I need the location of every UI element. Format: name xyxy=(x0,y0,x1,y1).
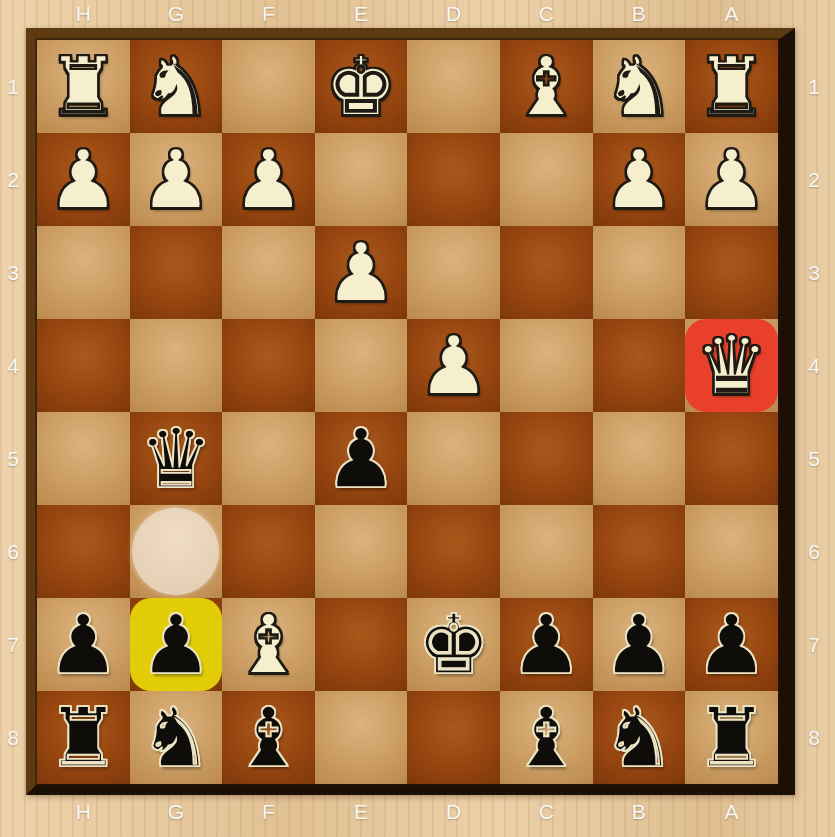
white-pawn[interactable]: ♟ xyxy=(685,133,778,226)
white-knight[interactable]: ♞ xyxy=(130,40,223,133)
file-label-h: H xyxy=(37,0,130,28)
rank-label-7: 7 xyxy=(0,598,26,691)
square-b5[interactable] xyxy=(593,412,686,505)
file-label-c: C xyxy=(500,796,593,828)
square-c7[interactable]: ♟ xyxy=(500,598,593,691)
square-a6[interactable] xyxy=(685,505,778,598)
square-e6[interactable] xyxy=(315,505,408,598)
square-g7[interactable]: ♟ xyxy=(130,598,223,691)
square-g8[interactable]: ♞ xyxy=(130,691,223,784)
chess-app-background: { "game": "chess", "position": { "fen": … xyxy=(0,0,835,837)
white-pawn[interactable]: ♟ xyxy=(130,133,223,226)
square-c2[interactable] xyxy=(500,133,593,226)
square-h2[interactable]: ♟ xyxy=(37,133,130,226)
square-d3[interactable] xyxy=(407,226,500,319)
square-h4[interactable] xyxy=(37,319,130,412)
square-g3[interactable] xyxy=(130,226,223,319)
square-a1[interactable]: ♜ xyxy=(685,40,778,133)
square-f1[interactable] xyxy=(222,40,315,133)
black-knight[interactable]: ♞ xyxy=(593,691,686,784)
file-label-e: E xyxy=(315,0,408,28)
file-label-b: B xyxy=(593,0,686,28)
square-g6[interactable] xyxy=(130,505,223,598)
rank-label-8: 8 xyxy=(0,691,26,784)
rank-label-6: 6 xyxy=(795,505,833,598)
square-h1[interactable]: ♜ xyxy=(37,40,130,133)
file-label-f: F xyxy=(222,796,315,828)
rank-label-5: 5 xyxy=(795,412,833,505)
chess-board: ♜♞♚♝♞♜♟♟♟♟♟♟♟♛♛♟♟♟♝♚♟♟♟♜♞♝♝♞♜ xyxy=(37,40,778,784)
black-pawn[interactable]: ♟ xyxy=(37,598,130,691)
black-pawn[interactable]: ♟ xyxy=(500,598,593,691)
white-bishop[interactable]: ♝ xyxy=(222,598,315,691)
file-label-g: G xyxy=(130,0,223,28)
square-d8[interactable] xyxy=(407,691,500,784)
file-label-d: D xyxy=(407,796,500,828)
black-rook[interactable]: ♜ xyxy=(685,691,778,784)
black-pawn[interactable]: ♟ xyxy=(315,412,408,505)
square-a3[interactable] xyxy=(685,226,778,319)
square-b4[interactable] xyxy=(593,319,686,412)
rank-label-1: 1 xyxy=(0,40,26,133)
white-bishop[interactable]: ♝ xyxy=(500,40,593,133)
square-f3[interactable] xyxy=(222,226,315,319)
square-f6[interactable] xyxy=(222,505,315,598)
white-rook[interactable]: ♜ xyxy=(685,40,778,133)
square-f8[interactable]: ♝ xyxy=(222,691,315,784)
file-label-a: A xyxy=(685,796,778,828)
rank-label-4: 4 xyxy=(0,319,26,412)
square-h5[interactable] xyxy=(37,412,130,505)
white-pawn[interactable]: ♟ xyxy=(315,226,408,319)
square-f2[interactable]: ♟ xyxy=(222,133,315,226)
square-h8[interactable]: ♜ xyxy=(37,691,130,784)
square-c1[interactable]: ♝ xyxy=(500,40,593,133)
square-a5[interactable] xyxy=(685,412,778,505)
rank-label-5: 5 xyxy=(0,412,26,505)
black-pawn[interactable]: ♟ xyxy=(685,598,778,691)
square-a7[interactable]: ♟ xyxy=(685,598,778,691)
square-c5[interactable] xyxy=(500,412,593,505)
rank-label-7: 7 xyxy=(795,598,833,691)
square-h3[interactable] xyxy=(37,226,130,319)
file-label-e: E xyxy=(315,796,408,828)
square-b8[interactable]: ♞ xyxy=(593,691,686,784)
board-frame: ♜♞♚♝♞♜♟♟♟♟♟♟♟♛♛♟♟♟♝♚♟♟♟♜♞♝♝♞♜ xyxy=(26,28,795,795)
square-e3[interactable]: ♟ xyxy=(315,226,408,319)
file-label-b: B xyxy=(593,796,686,828)
rank-labels-right: 12345678 xyxy=(795,40,833,784)
black-rook[interactable]: ♜ xyxy=(37,691,130,784)
rank-label-1: 1 xyxy=(795,40,833,133)
white-king[interactable]: ♚ xyxy=(315,40,408,133)
rank-labels-left: 12345678 xyxy=(0,40,26,784)
square-h7[interactable]: ♟ xyxy=(37,598,130,691)
rank-label-8: 8 xyxy=(795,691,833,784)
square-b1[interactable]: ♞ xyxy=(593,40,686,133)
square-e5[interactable]: ♟ xyxy=(315,412,408,505)
square-g2[interactable]: ♟ xyxy=(130,133,223,226)
square-d6[interactable] xyxy=(407,505,500,598)
file-label-d: D xyxy=(407,0,500,28)
rank-label-2: 2 xyxy=(795,133,833,226)
square-g4[interactable] xyxy=(130,319,223,412)
black-bishop[interactable]: ♝ xyxy=(500,691,593,784)
rank-label-2: 2 xyxy=(0,133,26,226)
white-rook[interactable]: ♜ xyxy=(37,40,130,133)
square-e4[interactable] xyxy=(315,319,408,412)
square-d1[interactable] xyxy=(407,40,500,133)
square-h6[interactable] xyxy=(37,505,130,598)
square-d7[interactable]: ♚ xyxy=(407,598,500,691)
square-f4[interactable] xyxy=(222,319,315,412)
file-label-f: F xyxy=(222,0,315,28)
rank-label-3: 3 xyxy=(795,226,833,319)
file-labels-bottom: HGFEDCBA xyxy=(37,796,778,828)
square-b6[interactable] xyxy=(593,505,686,598)
square-b2[interactable]: ♟ xyxy=(593,133,686,226)
white-pawn[interactable]: ♟ xyxy=(37,133,130,226)
black-pawn[interactable]: ♟ xyxy=(593,598,686,691)
file-label-g: G xyxy=(130,796,223,828)
white-pawn[interactable]: ♟ xyxy=(407,319,500,412)
square-e1[interactable]: ♚ xyxy=(315,40,408,133)
file-label-c: C xyxy=(500,0,593,28)
square-a8[interactable]: ♜ xyxy=(685,691,778,784)
white-pawn[interactable]: ♟ xyxy=(593,133,686,226)
square-c3[interactable] xyxy=(500,226,593,319)
square-a4[interactable]: ♛ xyxy=(685,319,778,412)
square-f7[interactable]: ♝ xyxy=(222,598,315,691)
white-knight[interactable]: ♞ xyxy=(593,40,686,133)
square-f5[interactable] xyxy=(222,412,315,505)
move-target-indicator xyxy=(132,508,219,595)
white-pawn[interactable]: ♟ xyxy=(222,133,315,226)
square-d2[interactable] xyxy=(407,133,500,226)
square-b3[interactable] xyxy=(593,226,686,319)
file-label-a: A xyxy=(685,0,778,28)
square-e7[interactable] xyxy=(315,598,408,691)
black-knight[interactable]: ♞ xyxy=(130,691,223,784)
black-pawn[interactable]: ♟ xyxy=(130,598,223,691)
square-d5[interactable] xyxy=(407,412,500,505)
square-c4[interactable] xyxy=(500,319,593,412)
square-b7[interactable]: ♟ xyxy=(593,598,686,691)
rank-label-4: 4 xyxy=(795,319,833,412)
square-g5[interactable]: ♛ xyxy=(130,412,223,505)
white-queen[interactable]: ♛ xyxy=(685,319,778,412)
square-g1[interactable]: ♞ xyxy=(130,40,223,133)
rank-label-3: 3 xyxy=(0,226,26,319)
black-queen[interactable]: ♛ xyxy=(130,412,223,505)
black-bishop[interactable]: ♝ xyxy=(222,691,315,784)
square-d4[interactable]: ♟ xyxy=(407,319,500,412)
rank-label-6: 6 xyxy=(0,505,26,598)
file-label-h: H xyxy=(37,796,130,828)
square-e2[interactable] xyxy=(315,133,408,226)
square-c8[interactable]: ♝ xyxy=(500,691,593,784)
square-c6[interactable] xyxy=(500,505,593,598)
black-king[interactable]: ♚ xyxy=(407,598,500,691)
file-labels-top: HGFEDCBA xyxy=(37,0,778,28)
square-a2[interactable]: ♟ xyxy=(685,133,778,226)
square-e8[interactable] xyxy=(315,691,408,784)
